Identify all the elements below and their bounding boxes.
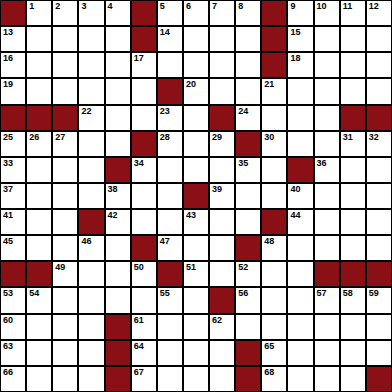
block-cell — [184, 184, 208, 208]
cell[interactable] — [341, 236, 365, 260]
cell[interactable]: 41 — [1, 210, 25, 234]
cell[interactable] — [79, 262, 103, 286]
cell[interactable]: 59 — [367, 288, 391, 312]
clue-number: 5 — [160, 1, 165, 11]
cell[interactable]: 27 — [53, 132, 77, 156]
cell[interactable] — [184, 367, 208, 391]
block-cell — [210, 288, 234, 312]
cell[interactable] — [315, 184, 339, 208]
cell[interactable]: 15 — [288, 27, 312, 51]
cell[interactable]: 2 — [53, 1, 77, 25]
cell[interactable] — [79, 341, 103, 365]
block-cell — [341, 262, 365, 286]
cell[interactable]: 53 — [1, 288, 25, 312]
block-cell — [236, 341, 260, 365]
clue-number: 56 — [238, 288, 248, 298]
clue-number: 15 — [290, 27, 300, 37]
cell[interactable] — [27, 341, 51, 365]
clue-number: 18 — [290, 53, 300, 63]
cell[interactable] — [288, 262, 312, 286]
clue-number: 50 — [134, 262, 144, 272]
cell[interactable] — [53, 27, 77, 51]
cell[interactable] — [79, 27, 103, 51]
cell[interactable]: 43 — [184, 210, 208, 234]
cell[interactable] — [158, 184, 182, 208]
cell[interactable] — [210, 27, 234, 51]
cell[interactable] — [53, 367, 77, 391]
cell[interactable] — [27, 53, 51, 77]
cell[interactable] — [262, 315, 286, 339]
cell[interactable] — [288, 288, 312, 312]
clue-number: 19 — [3, 79, 13, 89]
cell[interactable] — [106, 79, 130, 103]
clue-number: 1 — [29, 1, 34, 11]
cell[interactable]: 7 — [210, 1, 234, 25]
cell[interactable] — [341, 341, 365, 365]
cell[interactable] — [210, 158, 234, 182]
cell[interactable]: 40 — [288, 184, 312, 208]
clue-number: 65 — [264, 341, 274, 351]
cell[interactable] — [262, 106, 286, 130]
cell[interactable]: 49 — [53, 262, 77, 286]
cell[interactable] — [341, 315, 365, 339]
cell[interactable] — [132, 210, 156, 234]
clue-number: 3 — [81, 1, 86, 11]
cell[interactable] — [288, 341, 312, 365]
clue-number: 63 — [3, 341, 13, 351]
cell[interactable]: 55 — [158, 288, 182, 312]
clue-number: 27 — [55, 132, 65, 142]
block-cell — [27, 106, 51, 130]
clue-number: 64 — [134, 341, 144, 351]
cell[interactable]: 24 — [236, 106, 260, 130]
cell[interactable] — [210, 53, 234, 77]
cell[interactable] — [367, 158, 391, 182]
cell[interactable] — [27, 315, 51, 339]
cell[interactable] — [53, 210, 77, 234]
cell[interactable]: 4 — [106, 1, 130, 25]
clue-number: 20 — [186, 79, 196, 89]
clue-number: 67 — [134, 367, 144, 377]
cell[interactable] — [158, 367, 182, 391]
cell[interactable] — [288, 79, 312, 103]
cell[interactable] — [315, 53, 339, 77]
block-cell — [132, 132, 156, 156]
clue-number: 58 — [343, 288, 353, 298]
clue-number: 53 — [3, 288, 13, 298]
cell[interactable] — [79, 132, 103, 156]
cell[interactable]: 68 — [262, 367, 286, 391]
cell[interactable]: 58 — [341, 288, 365, 312]
cell[interactable]: 66 — [1, 367, 25, 391]
cell[interactable]: 34 — [132, 158, 156, 182]
cell[interactable] — [262, 262, 286, 286]
clue-number: 40 — [290, 184, 300, 194]
cell[interactable]: 52 — [236, 262, 260, 286]
cell[interactable]: 14 — [158, 27, 182, 51]
block-cell — [262, 1, 286, 25]
cell[interactable]: 31 — [341, 132, 365, 156]
clue-number: 35 — [238, 158, 248, 168]
block-cell — [27, 262, 51, 286]
cell[interactable] — [315, 315, 339, 339]
cell[interactable]: 26 — [27, 132, 51, 156]
cell[interactable] — [27, 210, 51, 234]
cell[interactable] — [158, 53, 182, 77]
cell[interactable]: 46 — [79, 236, 103, 260]
cell[interactable] — [367, 53, 391, 77]
cell[interactable]: 22 — [79, 106, 103, 130]
cell[interactable]: 48 — [262, 236, 286, 260]
clue-number: 42 — [108, 210, 118, 220]
cell[interactable]: 13 — [1, 27, 25, 51]
cell[interactable] — [106, 236, 130, 260]
cell[interactable]: 3 — [79, 1, 103, 25]
cell[interactable] — [132, 79, 156, 103]
cell[interactable] — [315, 27, 339, 51]
cell[interactable]: 20 — [184, 79, 208, 103]
block-cell — [315, 262, 339, 286]
cell[interactable] — [288, 106, 312, 130]
clue-number: 13 — [3, 27, 13, 37]
clue-number: 43 — [186, 210, 196, 220]
cell[interactable] — [367, 27, 391, 51]
cell[interactable]: 45 — [1, 236, 25, 260]
cell[interactable] — [27, 236, 51, 260]
cell[interactable]: 64 — [132, 341, 156, 365]
cell[interactable]: 63 — [1, 341, 25, 365]
cell[interactable]: 1 — [27, 1, 51, 25]
clue-number: 38 — [108, 184, 118, 194]
block-cell — [1, 1, 25, 25]
block-cell — [106, 367, 130, 391]
block-cell — [262, 53, 286, 77]
clue-number: 9 — [290, 1, 295, 11]
cell[interactable]: 18 — [288, 53, 312, 77]
cell[interactable] — [106, 106, 130, 130]
clue-number: 46 — [81, 236, 91, 246]
clue-number: 23 — [160, 106, 170, 116]
clue-number: 30 — [264, 132, 274, 142]
clue-number: 41 — [3, 210, 13, 220]
cell[interactable] — [158, 341, 182, 365]
cell[interactable]: 38 — [106, 184, 130, 208]
clue-number: 24 — [238, 106, 248, 116]
cell[interactable]: 5 — [158, 1, 182, 25]
cell[interactable] — [53, 315, 77, 339]
cell[interactable]: 62 — [210, 315, 234, 339]
cell[interactable] — [27, 27, 51, 51]
cell[interactable] — [79, 315, 103, 339]
cell[interactable] — [210, 262, 234, 286]
cell[interactable]: 33 — [1, 158, 25, 182]
clue-number: 61 — [134, 315, 144, 325]
cell[interactable] — [262, 158, 286, 182]
block-cell — [236, 367, 260, 391]
clue-number: 66 — [3, 367, 13, 377]
cell[interactable] — [106, 132, 130, 156]
cell[interactable] — [53, 341, 77, 365]
cell[interactable] — [184, 341, 208, 365]
clue-number: 34 — [134, 158, 144, 168]
cell[interactable]: 35 — [236, 158, 260, 182]
block-cell — [262, 210, 286, 234]
cell[interactable]: 61 — [132, 315, 156, 339]
cell[interactable]: 21 — [262, 79, 286, 103]
clue-number: 12 — [369, 1, 379, 11]
block-cell — [106, 315, 130, 339]
cell[interactable] — [341, 184, 365, 208]
cell[interactable]: 65 — [262, 341, 286, 365]
block-cell — [288, 158, 312, 182]
cell[interactable]: 17 — [132, 53, 156, 77]
cell[interactable]: 44 — [288, 210, 312, 234]
clue-number: 4 — [108, 1, 113, 11]
cell[interactable] — [106, 27, 130, 51]
cell[interactable] — [184, 236, 208, 260]
cell[interactable]: 28 — [158, 132, 182, 156]
block-cell — [367, 262, 391, 286]
cell[interactable] — [210, 367, 234, 391]
block-cell — [210, 106, 234, 130]
block-cell — [158, 262, 182, 286]
cell[interactable]: 37 — [1, 184, 25, 208]
clue-number: 57 — [317, 288, 327, 298]
cell[interactable] — [315, 367, 339, 391]
cell[interactable]: 54 — [27, 288, 51, 312]
clue-number: 22 — [81, 106, 91, 116]
cell[interactable] — [53, 79, 77, 103]
cell[interactable] — [210, 210, 234, 234]
block-cell — [132, 27, 156, 51]
cell[interactable] — [106, 53, 130, 77]
cell[interactable] — [315, 79, 339, 103]
block-cell — [1, 106, 25, 130]
cell[interactable] — [132, 288, 156, 312]
cell[interactable] — [341, 79, 365, 103]
block-cell — [262, 27, 286, 51]
cell[interactable] — [27, 158, 51, 182]
cell[interactable] — [367, 315, 391, 339]
cell[interactable] — [106, 288, 130, 312]
cell[interactable] — [367, 236, 391, 260]
cell[interactable] — [27, 184, 51, 208]
cell[interactable] — [262, 184, 286, 208]
clue-number: 25 — [3, 132, 13, 142]
cell[interactable] — [315, 132, 339, 156]
crossword-grid: 1234567891011121314151617181920212223242… — [0, 0, 392, 392]
block-cell — [236, 132, 260, 156]
cell[interactable] — [53, 288, 77, 312]
clue-number: 29 — [212, 132, 222, 142]
cell[interactable]: 25 — [1, 132, 25, 156]
clue-number: 10 — [317, 1, 327, 11]
cell[interactable] — [132, 106, 156, 130]
cell[interactable] — [288, 315, 312, 339]
block-cell — [106, 158, 130, 182]
cell[interactable] — [184, 158, 208, 182]
clue-number: 47 — [160, 236, 170, 246]
cell[interactable] — [315, 210, 339, 234]
cell[interactable] — [158, 158, 182, 182]
block-cell — [132, 1, 156, 25]
block-cell — [341, 106, 365, 130]
cell[interactable] — [236, 184, 260, 208]
cell[interactable]: 16 — [1, 53, 25, 77]
cell[interactable]: 12 — [367, 1, 391, 25]
cell[interactable] — [288, 367, 312, 391]
cell[interactable] — [367, 184, 391, 208]
cell[interactable] — [341, 210, 365, 234]
cell[interactable] — [79, 53, 103, 77]
clue-number: 11 — [343, 1, 353, 11]
clue-number: 45 — [3, 236, 13, 246]
clue-number: 28 — [160, 132, 170, 142]
cell[interactable]: 32 — [367, 132, 391, 156]
cell[interactable] — [184, 27, 208, 51]
clue-number: 21 — [264, 79, 274, 89]
clue-number: 2 — [55, 1, 60, 11]
cell[interactable]: 36 — [315, 158, 339, 182]
clue-number: 37 — [3, 184, 13, 194]
cell[interactable]: 30 — [262, 132, 286, 156]
cell[interactable]: 11 — [341, 1, 365, 25]
block-cell — [367, 367, 391, 391]
cell[interactable] — [367, 79, 391, 103]
cell[interactable] — [288, 236, 312, 260]
clue-number: 36 — [317, 158, 327, 168]
clue-number: 8 — [238, 1, 243, 11]
cell[interactable]: 50 — [132, 262, 156, 286]
block-cell — [367, 106, 391, 130]
cell[interactable] — [210, 79, 234, 103]
cell[interactable] — [367, 341, 391, 365]
cell[interactable] — [184, 132, 208, 156]
cell[interactable]: 23 — [158, 106, 182, 130]
block-cell — [158, 79, 182, 103]
clue-number: 59 — [369, 288, 379, 298]
cell[interactable] — [262, 288, 286, 312]
clue-number: 62 — [212, 315, 222, 325]
cell[interactable]: 29 — [210, 132, 234, 156]
cell[interactable]: 9 — [288, 1, 312, 25]
cell[interactable]: 39 — [210, 184, 234, 208]
clue-number: 6 — [186, 1, 191, 11]
cell[interactable] — [27, 367, 51, 391]
cell[interactable] — [236, 315, 260, 339]
cell[interactable] — [236, 53, 260, 77]
cell[interactable] — [341, 53, 365, 77]
cell[interactable] — [236, 210, 260, 234]
cell[interactable] — [341, 158, 365, 182]
cell[interactable] — [184, 288, 208, 312]
cell[interactable]: 6 — [184, 1, 208, 25]
clue-number: 51 — [186, 262, 196, 272]
clue-number: 33 — [3, 158, 13, 168]
cell[interactable]: 56 — [236, 288, 260, 312]
clue-number: 48 — [264, 236, 274, 246]
cell[interactable]: 60 — [1, 315, 25, 339]
block-cell — [132, 236, 156, 260]
cell[interactable] — [236, 27, 260, 51]
block-cell — [79, 210, 103, 234]
clue-number: 16 — [3, 53, 13, 63]
cell[interactable] — [53, 184, 77, 208]
clue-number: 68 — [264, 367, 274, 377]
block-cell — [1, 262, 25, 286]
clue-number: 52 — [238, 262, 248, 272]
cell[interactable] — [315, 106, 339, 130]
cell[interactable] — [236, 79, 260, 103]
cell[interactable] — [288, 132, 312, 156]
cell[interactable] — [315, 341, 339, 365]
clue-number: 39 — [212, 184, 222, 194]
cell[interactable] — [367, 210, 391, 234]
cell[interactable]: 8 — [236, 1, 260, 25]
cell[interactable]: 57 — [315, 288, 339, 312]
cell[interactable] — [53, 158, 77, 182]
cell[interactable] — [79, 184, 103, 208]
cell[interactable]: 51 — [184, 262, 208, 286]
cell[interactable] — [184, 53, 208, 77]
cell[interactable]: 19 — [1, 79, 25, 103]
cell[interactable] — [341, 27, 365, 51]
cell[interactable] — [79, 367, 103, 391]
cell[interactable] — [106, 262, 130, 286]
cell[interactable] — [27, 79, 51, 103]
cell[interactable] — [184, 315, 208, 339]
clue-number: 17 — [134, 53, 144, 63]
clue-number: 32 — [369, 132, 379, 142]
cell[interactable]: 67 — [132, 367, 156, 391]
cell[interactable] — [132, 184, 156, 208]
clue-number: 60 — [3, 315, 13, 325]
block-cell — [236, 236, 260, 260]
cell[interactable]: 42 — [106, 210, 130, 234]
cell[interactable] — [158, 315, 182, 339]
cell[interactable] — [184, 106, 208, 130]
clue-number: 7 — [212, 1, 217, 11]
cell[interactable] — [210, 236, 234, 260]
cell[interactable] — [341, 367, 365, 391]
clue-number: 49 — [55, 262, 65, 272]
clue-number: 26 — [29, 132, 39, 142]
cell[interactable] — [79, 158, 103, 182]
clue-number: 55 — [160, 288, 170, 298]
cell[interactable] — [53, 53, 77, 77]
clue-number: 31 — [343, 132, 353, 142]
block-cell — [106, 341, 130, 365]
cell[interactable] — [315, 236, 339, 260]
cell[interactable] — [79, 79, 103, 103]
cell[interactable]: 47 — [158, 236, 182, 260]
clue-number: 54 — [29, 288, 39, 298]
cell[interactable] — [79, 288, 103, 312]
block-cell — [53, 106, 77, 130]
cell[interactable] — [53, 236, 77, 260]
clue-number: 44 — [290, 210, 300, 220]
cell[interactable] — [158, 210, 182, 234]
cell[interactable]: 10 — [315, 1, 339, 25]
cell[interactable] — [210, 341, 234, 365]
clue-number: 14 — [160, 27, 170, 37]
